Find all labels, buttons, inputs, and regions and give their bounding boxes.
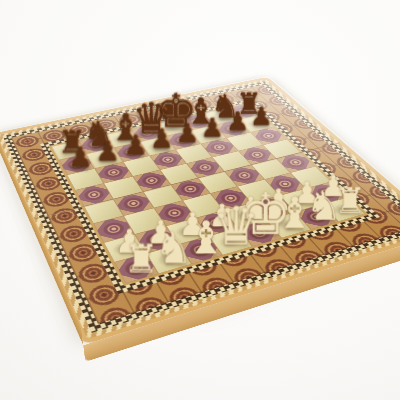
black-pawn[interactable]: ♟ [225,111,248,135]
square-e4[interactable] [198,171,238,193]
white-rook[interactable]: ♜ [124,241,159,278]
black-pawn[interactable]: ♟ [249,105,272,129]
black-pawn[interactable]: ♟ [150,127,174,152]
black-pawn[interactable]: ♟ [201,116,224,141]
black-pawn[interactable]: ♟ [96,139,120,165]
board-frame-line: ♜♞♝♛♚♝♞♜♟♟♟♟♟♟♟♟♟♟♟♟♟♟♟♟♜♞♝♛♚♝♞♜ [49,102,369,286]
board-grid: ♜♞♝♛♚♝♞♜♟♟♟♟♟♟♟♟♟♟♟♟♟♟♟♟♜♞♝♛♚♝♞♜ [51,103,365,283]
black-pawn[interactable]: ♟ [175,121,199,146]
white-knight[interactable]: ♞ [155,228,194,269]
black-pawn[interactable]: ♟ [123,133,147,159]
black-pawn[interactable]: ♟ [68,145,93,171]
photo-background: ♜♞♝♛♚♝♞♜♟♟♟♟♟♟♟♟♟♟♟♟♟♟♟♟♜♞♝♛♚♝♞♜ [0,0,400,400]
